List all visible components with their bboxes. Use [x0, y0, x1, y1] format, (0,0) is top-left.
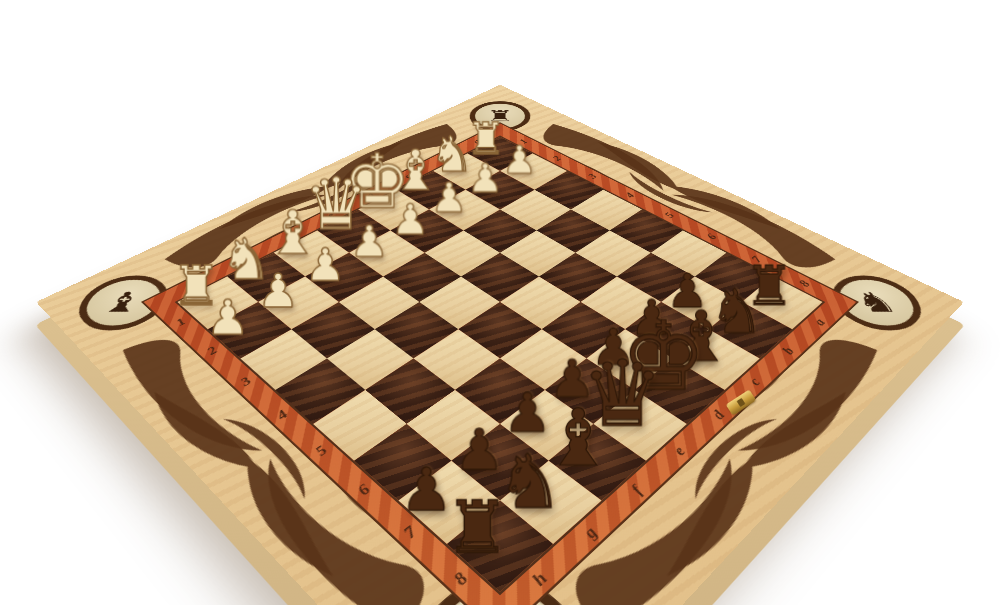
white-pawn-c2[interactable]: ♟: [430, 177, 467, 218]
white-pawn-g2[interactable]: ♟: [257, 267, 299, 314]
photo-scene: ♜ ♞ ♞ ♝ ♜♟♜♞♟♟♞♝♟♟♝♚♟♟♚♛♟♟♛♝♟♟♝♞♟♟♞♜♟♟♜ …: [0, 0, 1000, 605]
white-pawn-a2[interactable]: ♟: [502, 140, 537, 179]
chessboard: ♜♟♜♞♟♟♞♝♟♟♝♚♟♟♚♛♟♟♛♝♟♟♝♞♟♟♞♜♟♟♜: [175, 136, 826, 596]
white-pawn-h2[interactable]: ♟: [206, 293, 249, 341]
square-f4[interactable]: [375, 302, 458, 358]
white-pawn-d2[interactable]: ♟: [391, 198, 429, 240]
white-pawn-e2[interactable]: ♟: [349, 219, 388, 263]
white-pawn-f2[interactable]: ♟: [305, 242, 345, 287]
rook-silhouette-icon: ♜: [486, 107, 514, 124]
dark-rook-h8[interactable]: ♜: [444, 492, 509, 564]
chess-box: ♜ ♞ ♞ ♝ ♜♟♜♞♟♟♞♝♟♟♝♚♟♟♚♛♟♟♛♝♟♟♝♞♟♟♞♜♟♟♜ …: [36, 85, 964, 605]
board-face: ♜ ♞ ♞ ♝ ♜♟♜♞♟♟♞♝♟♟♝♚♟♟♚♛♟♟♛♝♟♟♝♞♟♟♞♜♟♟♜ …: [36, 85, 964, 605]
bishop-silhouette-icon: ♝: [97, 286, 150, 318]
square-d4[interactable]: [461, 253, 539, 302]
white-pawn-b2[interactable]: ♟: [467, 158, 503, 198]
